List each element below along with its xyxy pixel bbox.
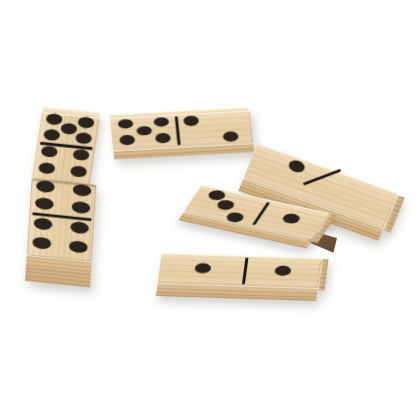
pip	[155, 133, 171, 143]
pip	[119, 135, 135, 145]
pip	[32, 237, 51, 250]
pip	[34, 217, 53, 230]
pip	[136, 125, 152, 135]
pip	[70, 166, 88, 178]
pip	[45, 113, 63, 125]
pip	[71, 201, 90, 214]
pip	[78, 117, 96, 129]
pip	[194, 263, 211, 273]
pip	[222, 131, 238, 141]
pip	[281, 212, 302, 224]
pip	[43, 129, 61, 141]
domino-half-5	[110, 115, 179, 151]
pip	[183, 116, 199, 126]
domino-half-4	[27, 214, 95, 262]
pip	[117, 119, 133, 129]
domino-tile-5-4[interactable]	[32, 112, 100, 185]
pip	[70, 221, 89, 234]
pip	[60, 123, 78, 135]
pip	[38, 162, 56, 174]
domino-tile-4-4[interactable]	[27, 178, 97, 261]
pip	[69, 240, 88, 253]
pip	[154, 117, 170, 127]
domino-tile-5-2[interactable]	[110, 111, 253, 151]
pip	[274, 265, 291, 275]
pip	[36, 180, 55, 193]
pip	[40, 145, 58, 157]
domino-half-2	[176, 111, 254, 147]
domino-half-1	[158, 253, 247, 286]
pip	[287, 158, 306, 174]
domino-half-1	[243, 256, 322, 288]
pip	[72, 184, 91, 197]
domino-tile-1-1[interactable]	[158, 253, 322, 288]
domino-end-grain	[25, 255, 92, 288]
pip	[35, 197, 54, 210]
dominoes-scene	[0, 0, 420, 420]
pip	[75, 132, 93, 144]
pip	[215, 199, 236, 211]
pip	[73, 149, 91, 161]
